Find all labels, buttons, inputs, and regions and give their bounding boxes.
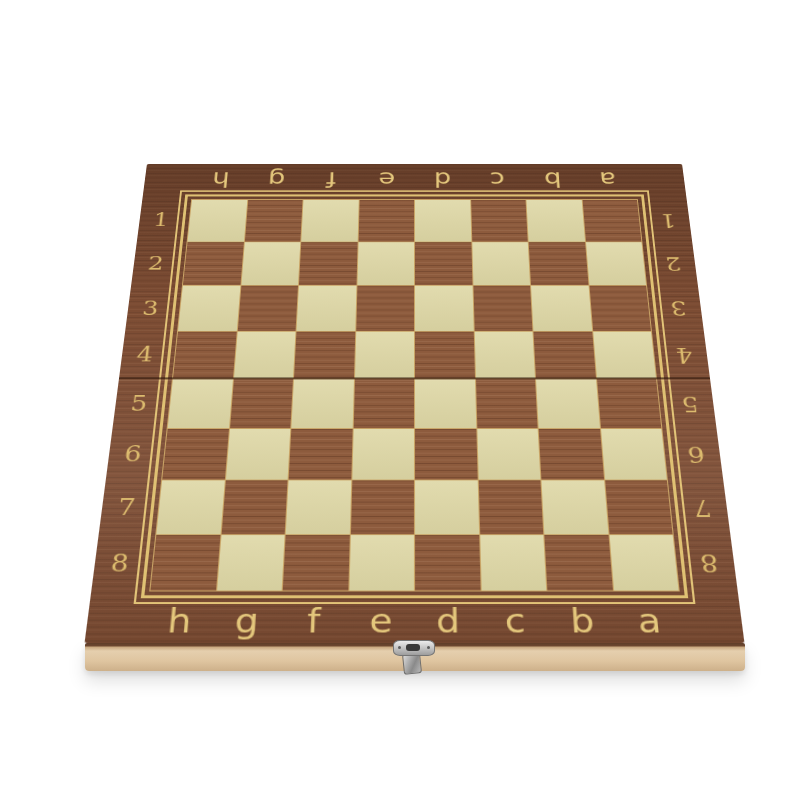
file-label-top-h: h	[192, 169, 249, 189]
square-e6	[352, 429, 414, 480]
latch-screw-right	[427, 646, 430, 649]
square-c4	[474, 331, 535, 378]
rank-label-left-4: 4	[125, 331, 164, 379]
rank-label-right-1: 1	[650, 199, 687, 241]
board-frame: hgfedcba hgfedcba 12345678 12345678	[84, 164, 744, 644]
square-g4	[234, 331, 296, 378]
file-label-bottom-e: e	[347, 604, 415, 637]
rank-label-right-3: 3	[659, 285, 697, 331]
file-label-bottom-d: d	[415, 604, 483, 637]
square-b2	[529, 242, 588, 285]
latch-keeper	[406, 644, 420, 651]
square-c6	[477, 429, 541, 480]
square-a3	[589, 286, 651, 331]
rank-label-left-3: 3	[131, 285, 169, 331]
square-g3	[237, 286, 298, 331]
rank-label-left-8: 8	[98, 535, 142, 592]
square-b4	[533, 331, 595, 378]
square-h7	[156, 480, 224, 533]
square-f3	[297, 286, 356, 331]
file-label-bottom-h: h	[144, 604, 214, 637]
square-g6	[225, 429, 290, 480]
square-a1	[582, 200, 641, 241]
square-b1	[526, 200, 584, 241]
square-e3	[356, 286, 414, 331]
clasp-latch-plate	[393, 640, 435, 656]
square-d5	[415, 379, 476, 428]
file-label-bottom-c: c	[481, 604, 549, 637]
square-e7	[350, 480, 414, 533]
square-d7	[415, 480, 479, 533]
square-b5	[536, 379, 599, 428]
square-a8	[609, 535, 679, 591]
square-d3	[415, 286, 473, 331]
square-f2	[299, 242, 357, 285]
square-g1	[244, 200, 302, 241]
rank-label-left-6: 6	[112, 428, 153, 480]
square-f5	[291, 379, 353, 428]
fold-seam	[119, 377, 710, 379]
rank-label-left-5: 5	[119, 379, 159, 429]
rank-label-right-8: 8	[688, 535, 732, 592]
file-label-top-e: e	[359, 169, 415, 189]
square-a5	[597, 379, 662, 428]
square-f7	[286, 480, 351, 533]
square-c2	[472, 242, 530, 285]
file-label-top-f: f	[303, 169, 359, 189]
square-a7	[605, 480, 673, 533]
square-h5	[168, 379, 233, 428]
square-b7	[541, 480, 607, 533]
square-a4	[593, 331, 656, 378]
file-label-bottom-g: g	[212, 604, 281, 637]
rank-label-right-2: 2	[655, 241, 693, 285]
square-g2	[241, 242, 300, 285]
square-h1	[188, 200, 247, 241]
square-a2	[586, 242, 647, 285]
square-f8	[283, 535, 350, 591]
square-e5	[353, 379, 414, 428]
square-g7	[221, 480, 287, 533]
square-h6	[162, 429, 228, 480]
square-e1	[358, 200, 414, 241]
square-f1	[301, 200, 358, 241]
square-h2	[183, 242, 244, 285]
square-g5	[230, 379, 293, 428]
square-h8	[150, 535, 220, 591]
latch-screw-left	[398, 646, 401, 649]
square-d6	[415, 429, 477, 480]
square-c5	[476, 379, 538, 428]
square-c1	[471, 200, 528, 241]
file-labels-top: hgfedcba	[192, 168, 637, 191]
rank-label-right-6: 6	[676, 428, 717, 480]
file-label-top-a: a	[580, 169, 637, 189]
square-c8	[480, 535, 547, 591]
rank-label-right-5: 5	[670, 379, 710, 429]
file-label-bottom-f: f	[279, 604, 347, 637]
square-d8	[415, 535, 480, 591]
square-d1	[415, 200, 471, 241]
square-a6	[601, 429, 667, 480]
square-c3	[473, 286, 532, 331]
chess-board: hgfedcba hgfedcba 12345678 12345678	[84, 164, 744, 644]
file-label-bottom-a: a	[614, 604, 684, 637]
square-b8	[544, 535, 612, 591]
square-f6	[289, 429, 353, 480]
file-label-top-b: b	[525, 169, 582, 189]
rank-label-left-7: 7	[105, 480, 147, 534]
rank-label-right-4: 4	[665, 331, 704, 379]
square-b6	[539, 429, 604, 480]
square-h3	[178, 286, 240, 331]
file-label-bottom-b: b	[548, 604, 617, 637]
file-label-top-d: d	[415, 169, 471, 189]
square-g8	[217, 535, 285, 591]
product-photo: hgfedcba hgfedcba 12345678 12345678	[0, 0, 800, 800]
square-f4	[294, 331, 355, 378]
file-labels-bottom: hgfedcba	[144, 602, 685, 639]
file-label-top-g: g	[248, 169, 305, 189]
square-c7	[478, 480, 543, 533]
square-e8	[349, 535, 414, 591]
square-d2	[415, 242, 472, 285]
rank-label-left-1: 1	[143, 199, 180, 241]
rank-label-right-7: 7	[681, 480, 723, 534]
rank-label-left-2: 2	[137, 241, 175, 285]
square-e4	[355, 331, 414, 378]
square-h4	[173, 331, 236, 378]
board-grid	[149, 199, 680, 591]
square-e2	[357, 242, 414, 285]
square-d4	[415, 331, 474, 378]
file-label-top-c: c	[470, 169, 526, 189]
square-b3	[531, 286, 592, 331]
